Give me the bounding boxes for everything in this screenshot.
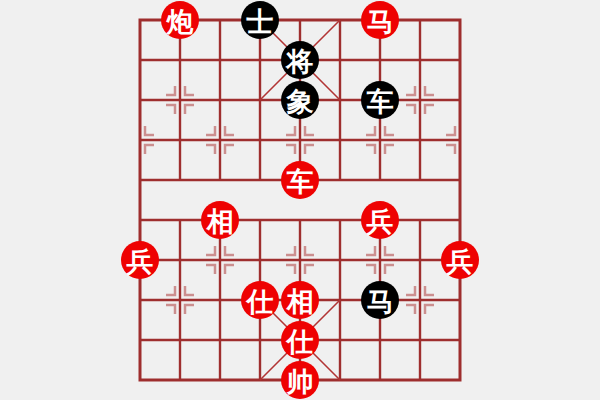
piece-label: 仕	[247, 288, 274, 315]
black-advisor[interactable]: 士	[241, 1, 279, 39]
piece-label: 相	[287, 288, 314, 315]
pieces-layer: 炮士马将象车车相兵兵兵仕相马仕帅	[120, 0, 480, 400]
red-advisor[interactable]: 仕	[281, 321, 319, 359]
red-advisor[interactable]: 仕	[241, 281, 279, 319]
red-pawn[interactable]: 兵	[361, 201, 399, 239]
red-chariot[interactable]: 车	[281, 161, 319, 199]
red-cannon[interactable]: 炮	[161, 1, 199, 39]
piece-label: 车	[367, 88, 394, 115]
red-pawn[interactable]: 兵	[441, 241, 479, 279]
piece-label: 兵	[367, 208, 394, 235]
red-elephant[interactable]: 相	[281, 281, 319, 319]
piece-label: 炮	[167, 8, 194, 35]
black-horse[interactable]: 马	[361, 281, 399, 319]
red-horse[interactable]: 马	[361, 1, 399, 39]
piece-label: 马	[367, 8, 394, 35]
black-chariot[interactable]: 车	[361, 81, 399, 119]
piece-label: 马	[367, 288, 394, 315]
piece-label: 帅	[287, 368, 314, 395]
black-general[interactable]: 将	[281, 41, 319, 79]
piece-label: 象	[287, 88, 314, 115]
piece-label: 兵	[447, 248, 474, 275]
red-elephant[interactable]: 相	[201, 201, 239, 239]
piece-label: 车	[287, 168, 314, 195]
xiangqi-board: 炮士马将象车车相兵兵兵仕相马仕帅	[0, 0, 600, 400]
black-elephant[interactable]: 象	[281, 81, 319, 119]
piece-label: 相	[207, 208, 234, 235]
red-pawn[interactable]: 兵	[121, 241, 159, 279]
red-general[interactable]: 帅	[281, 361, 319, 399]
piece-label: 兵	[127, 248, 154, 275]
piece-label: 将	[287, 48, 314, 75]
piece-label: 士	[247, 8, 274, 35]
piece-label: 仕	[287, 328, 314, 355]
